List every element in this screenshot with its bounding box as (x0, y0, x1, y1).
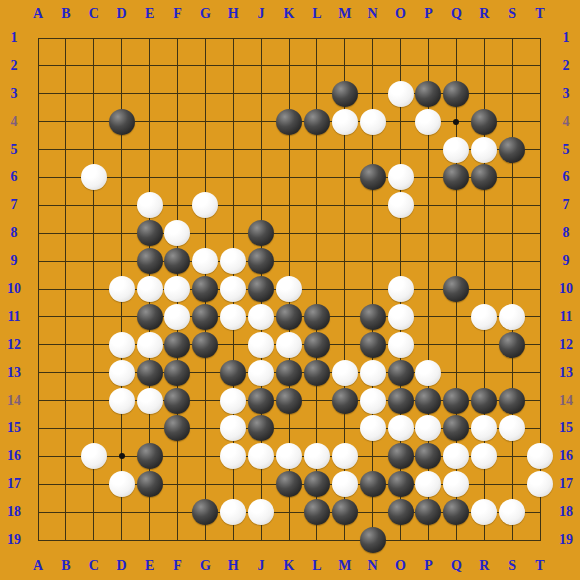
row-label-right-7: 7 (563, 198, 570, 212)
white-stone-T17[interactable] (527, 471, 553, 497)
row-label-right-5: 5 (563, 143, 570, 157)
black-stone-E11[interactable] (137, 304, 163, 330)
col-label-top-G: G (200, 7, 211, 21)
black-stone-Q3[interactable] (443, 81, 469, 107)
white-stone-Q17[interactable] (443, 471, 469, 497)
black-stone-F13[interactable] (164, 360, 190, 386)
white-stone-H18[interactable] (220, 499, 246, 525)
white-stone-E14[interactable] (137, 388, 163, 414)
black-stone-S14[interactable] (499, 388, 525, 414)
col-label-top-L: L (312, 7, 321, 21)
row-label-right-11: 11 (559, 310, 572, 324)
col-label-top-D: D (117, 7, 127, 21)
col-label-top-M: M (338, 7, 351, 21)
black-stone-P18[interactable] (415, 499, 441, 525)
white-stone-O10[interactable] (388, 276, 414, 302)
black-stone-K4[interactable] (276, 109, 302, 135)
grid-line-horizontal (38, 540, 541, 541)
black-stone-L4[interactable] (304, 109, 330, 135)
black-stone-L18[interactable] (304, 499, 330, 525)
col-label-top-E: E (145, 7, 154, 21)
white-stone-H11[interactable] (220, 304, 246, 330)
row-label-left-11: 11 (7, 310, 20, 324)
white-stone-G9[interactable] (192, 248, 218, 274)
white-stone-T16[interactable] (527, 443, 553, 469)
col-label-top-P: P (424, 7, 433, 21)
black-stone-F15[interactable] (164, 415, 190, 441)
white-stone-J16[interactable] (248, 443, 274, 469)
white-stone-S15[interactable] (499, 415, 525, 441)
col-label-bottom-T: T (535, 559, 544, 573)
white-stone-H14[interactable] (220, 388, 246, 414)
white-stone-E10[interactable] (137, 276, 163, 302)
white-stone-M13[interactable] (332, 360, 358, 386)
white-stone-P17[interactable] (415, 471, 441, 497)
white-stone-H9[interactable] (220, 248, 246, 274)
black-stone-N12[interactable] (360, 332, 386, 358)
col-label-top-T: T (535, 7, 544, 21)
grid-line-vertical (38, 38, 39, 541)
white-stone-J12[interactable] (248, 332, 274, 358)
black-stone-F14[interactable] (164, 388, 190, 414)
black-stone-D4[interactable] (109, 109, 135, 135)
black-stone-H13[interactable] (220, 360, 246, 386)
white-stone-E7[interactable] (137, 192, 163, 218)
white-stone-R16[interactable] (471, 443, 497, 469)
row-label-left-16: 16 (7, 449, 21, 463)
white-stone-F8[interactable] (164, 220, 190, 246)
black-stone-P16[interactable] (415, 443, 441, 469)
row-label-right-1: 1 (563, 31, 570, 45)
white-stone-N15[interactable] (360, 415, 386, 441)
row-label-left-3: 3 (11, 87, 18, 101)
white-stone-D13[interactable] (109, 360, 135, 386)
black-stone-N17[interactable] (360, 471, 386, 497)
grid-line-vertical (65, 38, 66, 541)
black-stone-Q15[interactable] (443, 415, 469, 441)
black-stone-G18[interactable] (192, 499, 218, 525)
col-label-top-Q: Q (451, 7, 462, 21)
white-stone-O12[interactable] (388, 332, 414, 358)
hoshi-point-D16 (119, 453, 125, 459)
col-label-bottom-N: N (368, 559, 378, 573)
black-stone-Q18[interactable] (443, 499, 469, 525)
row-label-left-5: 5 (11, 143, 18, 157)
white-stone-C16[interactable] (81, 443, 107, 469)
black-stone-Q10[interactable] (443, 276, 469, 302)
row-label-left-7: 7 (11, 198, 18, 212)
col-label-bottom-A: A (33, 559, 43, 573)
col-label-top-F: F (173, 7, 182, 21)
white-stone-O7[interactable] (388, 192, 414, 218)
col-label-top-J: J (258, 7, 265, 21)
grid-line-horizontal (38, 205, 541, 206)
black-stone-G10[interactable] (192, 276, 218, 302)
black-stone-M18[interactable] (332, 499, 358, 525)
col-label-bottom-C: C (89, 559, 99, 573)
row-label-right-10: 10 (559, 282, 573, 296)
white-stone-R15[interactable] (471, 415, 497, 441)
black-stone-J14[interactable] (248, 388, 274, 414)
black-stone-G11[interactable] (192, 304, 218, 330)
col-label-bottom-Q: Q (451, 559, 462, 573)
white-stone-M17[interactable] (332, 471, 358, 497)
black-stone-N11[interactable] (360, 304, 386, 330)
row-label-right-15: 15 (559, 421, 573, 435)
black-stone-S5[interactable] (499, 137, 525, 163)
white-stone-D14[interactable] (109, 388, 135, 414)
white-stone-C6[interactable] (81, 164, 107, 190)
row-label-left-17: 17 (7, 477, 21, 491)
white-stone-N4[interactable] (360, 109, 386, 135)
row-label-right-16: 16 (559, 449, 573, 463)
white-stone-P13[interactable] (415, 360, 441, 386)
black-stone-O14[interactable] (388, 388, 414, 414)
black-stone-L12[interactable] (304, 332, 330, 358)
row-label-left-14: 14 (7, 394, 21, 408)
col-label-top-K: K (284, 7, 295, 21)
col-label-bottom-J: J (258, 559, 265, 573)
white-stone-S11[interactable] (499, 304, 525, 330)
white-stone-G7[interactable] (192, 192, 218, 218)
black-stone-R4[interactable] (471, 109, 497, 135)
white-stone-F10[interactable] (164, 276, 190, 302)
row-label-right-14: 14 (559, 394, 573, 408)
black-stone-F12[interactable] (164, 332, 190, 358)
black-stone-K17[interactable] (276, 471, 302, 497)
col-label-top-R: R (479, 7, 489, 21)
col-label-bottom-K: K (284, 559, 295, 573)
white-stone-J18[interactable] (248, 499, 274, 525)
row-label-left-9: 9 (11, 254, 18, 268)
row-label-left-13: 13 (7, 366, 21, 380)
row-label-left-1: 1 (11, 31, 18, 45)
black-stone-E13[interactable] (137, 360, 163, 386)
col-label-top-N: N (368, 7, 378, 21)
white-stone-M4[interactable] (332, 109, 358, 135)
white-stone-P15[interactable] (415, 415, 441, 441)
white-stone-N13[interactable] (360, 360, 386, 386)
col-label-bottom-H: H (228, 559, 239, 573)
white-stone-D17[interactable] (109, 471, 135, 497)
black-stone-O18[interactable] (388, 499, 414, 525)
black-stone-O16[interactable] (388, 443, 414, 469)
white-stone-R5[interactable] (471, 137, 497, 163)
black-stone-N19[interactable] (360, 527, 386, 553)
white-stone-J11[interactable] (248, 304, 274, 330)
grid-line-horizontal (38, 65, 541, 66)
col-label-bottom-M: M (338, 559, 351, 573)
grid-line-vertical (512, 38, 513, 541)
row-label-left-4: 4 (11, 115, 18, 129)
black-stone-O17[interactable] (388, 471, 414, 497)
white-stone-R18[interactable] (471, 499, 497, 525)
black-stone-F9[interactable] (164, 248, 190, 274)
white-stone-D12[interactable] (109, 332, 135, 358)
black-stone-Q14[interactable] (443, 388, 469, 414)
white-stone-H15[interactable] (220, 415, 246, 441)
black-stone-J8[interactable] (248, 220, 274, 246)
hoshi-point-Q4 (453, 119, 459, 125)
col-label-bottom-S: S (508, 559, 516, 573)
black-stone-E8[interactable] (137, 220, 163, 246)
col-label-top-B: B (61, 7, 70, 21)
black-stone-O13[interactable] (388, 360, 414, 386)
row-label-left-18: 18 (7, 505, 21, 519)
white-stone-H10[interactable] (220, 276, 246, 302)
black-stone-K11[interactable] (276, 304, 302, 330)
col-label-bottom-B: B (61, 559, 70, 573)
row-label-right-12: 12 (559, 338, 573, 352)
white-stone-H16[interactable] (220, 443, 246, 469)
row-label-right-19: 19 (559, 533, 573, 547)
white-stone-L16[interactable] (304, 443, 330, 469)
black-stone-L17[interactable] (304, 471, 330, 497)
row-label-right-9: 9 (563, 254, 570, 268)
col-label-bottom-F: F (173, 559, 182, 573)
row-label-right-6: 6 (563, 170, 570, 184)
black-stone-G12[interactable] (192, 332, 218, 358)
black-stone-E9[interactable] (137, 248, 163, 274)
black-stone-E16[interactable] (137, 443, 163, 469)
row-label-right-3: 3 (563, 87, 570, 101)
col-label-bottom-E: E (145, 559, 154, 573)
white-stone-O11[interactable] (388, 304, 414, 330)
black-stone-M14[interactable] (332, 388, 358, 414)
black-stone-M3[interactable] (332, 81, 358, 107)
col-label-bottom-G: G (200, 559, 211, 573)
col-label-top-S: S (508, 7, 516, 21)
white-stone-Q5[interactable] (443, 137, 469, 163)
row-label-right-4: 4 (563, 115, 570, 129)
white-stone-N14[interactable] (360, 388, 386, 414)
black-stone-L13[interactable] (304, 360, 330, 386)
row-label-left-6: 6 (11, 170, 18, 184)
white-stone-P4[interactable] (415, 109, 441, 135)
white-stone-O6[interactable] (388, 164, 414, 190)
black-stone-K13[interactable] (276, 360, 302, 386)
row-label-right-13: 13 (559, 366, 573, 380)
white-stone-K10[interactable] (276, 276, 302, 302)
white-stone-K12[interactable] (276, 332, 302, 358)
white-stone-E12[interactable] (137, 332, 163, 358)
black-stone-J10[interactable] (248, 276, 274, 302)
black-stone-E17[interactable] (137, 471, 163, 497)
col-label-top-C: C (89, 7, 99, 21)
black-stone-K14[interactable] (276, 388, 302, 414)
row-label-right-18: 18 (559, 505, 573, 519)
col-label-top-H: H (228, 7, 239, 21)
black-stone-N6[interactable] (360, 164, 386, 190)
col-label-bottom-D: D (117, 559, 127, 573)
col-label-bottom-P: P (424, 559, 433, 573)
row-label-left-2: 2 (11, 59, 18, 73)
black-stone-P3[interactable] (415, 81, 441, 107)
black-stone-J15[interactable] (248, 415, 274, 441)
col-label-top-A: A (33, 7, 43, 21)
grid-line-horizontal (38, 38, 541, 39)
grid-line-horizontal (38, 261, 541, 262)
white-stone-F11[interactable] (164, 304, 190, 330)
row-label-right-8: 8 (563, 226, 570, 240)
grid-line-horizontal (38, 233, 541, 234)
black-stone-S12[interactable] (499, 332, 525, 358)
col-label-bottom-L: L (312, 559, 321, 573)
row-label-left-15: 15 (7, 421, 21, 435)
black-stone-L11[interactable] (304, 304, 330, 330)
black-stone-R14[interactable] (471, 388, 497, 414)
black-stone-P14[interactable] (415, 388, 441, 414)
col-label-bottom-R: R (479, 559, 489, 573)
black-stone-J9[interactable] (248, 248, 274, 274)
black-stone-R6[interactable] (471, 164, 497, 190)
white-stone-M16[interactable] (332, 443, 358, 469)
row-label-right-17: 17 (559, 477, 573, 491)
row-label-left-12: 12 (7, 338, 21, 352)
row-label-right-2: 2 (563, 59, 570, 73)
col-label-top-O: O (395, 7, 406, 21)
white-stone-O15[interactable] (388, 415, 414, 441)
white-stone-Q16[interactable] (443, 443, 469, 469)
black-stone-Q6[interactable] (443, 164, 469, 190)
white-stone-K16[interactable] (276, 443, 302, 469)
white-stone-O3[interactable] (388, 81, 414, 107)
row-label-left-8: 8 (11, 226, 18, 240)
row-label-left-10: 10 (7, 282, 21, 296)
white-stone-R11[interactable] (471, 304, 497, 330)
row-label-left-19: 19 (7, 533, 21, 547)
white-stone-S18[interactable] (499, 499, 525, 525)
white-stone-D10[interactable] (109, 276, 135, 302)
go-board: AABBCCDDEEFFGGHHJJKKLLMMNNOOPPQQRRSSTT11… (0, 0, 580, 580)
white-stone-J13[interactable] (248, 360, 274, 386)
col-label-bottom-O: O (395, 559, 406, 573)
